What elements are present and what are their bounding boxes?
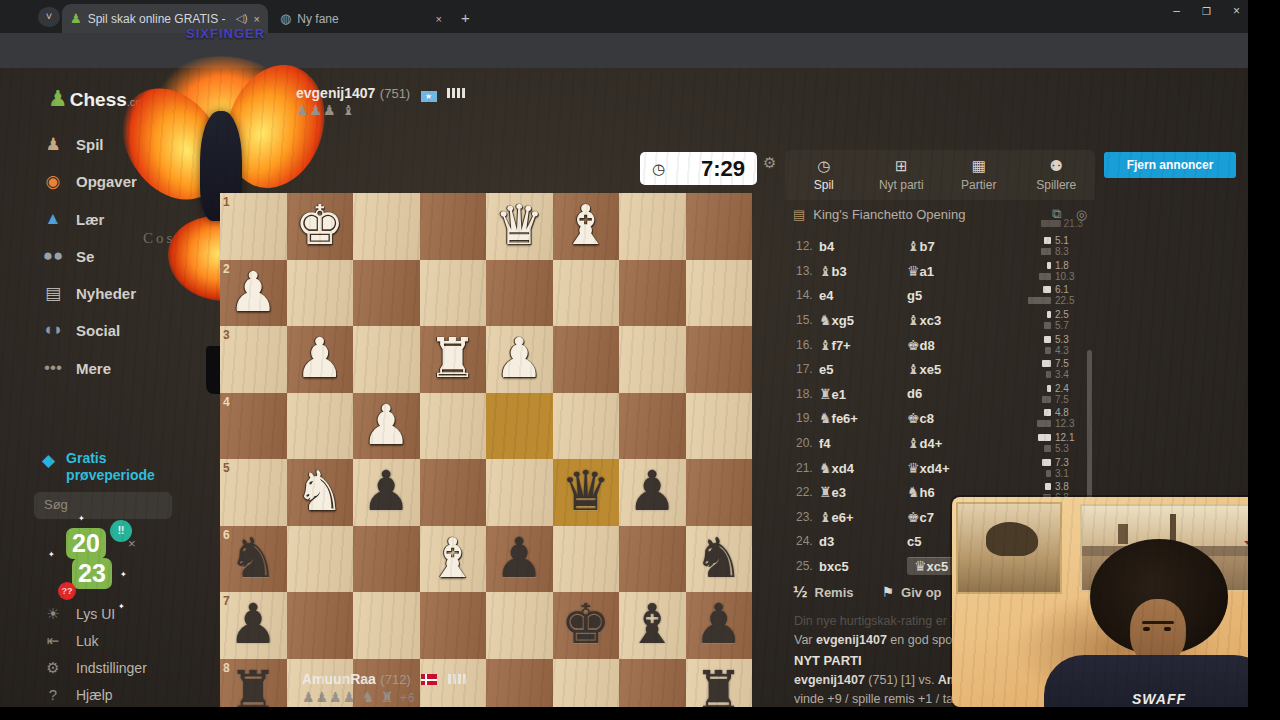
bottom-player-bar: AmuunRaa (712) xyxy=(302,670,466,688)
move-row-19: 19.♞fe6+♚c84.812.3 xyxy=(785,406,1095,431)
chess-page: ♟ Chess .com ♟Spil◉Opgaver▲Lær●●Se▤Nyhed… xyxy=(0,68,1248,707)
spillere-icon: ⚉ xyxy=(1018,157,1096,175)
logo-text: Chess xyxy=(70,89,127,111)
rank-label: 4 xyxy=(223,395,230,409)
white-pawn-f4[interactable]: ♟ xyxy=(353,393,420,460)
opening-book-icon: ▤ xyxy=(793,207,805,222)
move-row-14: 14.e4g56.122.5 xyxy=(785,283,1095,308)
square-h8[interactable]: 8h♜ xyxy=(220,659,287,708)
panel-tab-nyt-parti[interactable]: ⊞Nyt parti xyxy=(863,150,941,200)
black-pawn-a7[interactable]: ♟ xyxy=(686,592,753,659)
tab-search-chevron-icon[interactable]: ˅ xyxy=(38,7,60,27)
rank-label: 3 xyxy=(223,328,230,342)
move-row-20: 20.f4♝d4+12.15.3 xyxy=(785,431,1095,456)
bottom-player-name[interactable]: AmuunRaa xyxy=(302,671,376,687)
square-e6[interactable]: ♝ xyxy=(420,526,487,593)
webcam-overlay: SWAFF xyxy=(952,497,1248,707)
speaker-icon: ◁) xyxy=(235,12,247,25)
connection-bars-icon xyxy=(448,674,466,684)
move-times: 2.55.7 xyxy=(1017,310,1095,331)
black-move[interactable]: ♝xc3 xyxy=(907,312,1017,328)
black-rook-a8[interactable]: ♜ xyxy=(686,659,753,708)
badge-close-icon[interactable]: × xyxy=(128,536,136,551)
move-times: 1.810.3 xyxy=(1017,260,1095,281)
square-h5[interactable]: 5 xyxy=(220,459,287,526)
clock-icon: ◷ xyxy=(652,160,665,178)
panel-tab-spillere[interactable]: ⚉Spillere xyxy=(1018,150,1096,200)
move-times: 2.47.5 xyxy=(1017,383,1095,404)
black-move[interactable]: ♛a1 xyxy=(907,263,1017,279)
spil-icon: ◷ xyxy=(785,157,863,175)
square-f7[interactable] xyxy=(353,592,420,659)
square-c3[interactable] xyxy=(553,326,620,393)
white-move[interactable]: bxc5 xyxy=(819,559,907,574)
sidebar-footer-luk[interactable]: ⇤Luk xyxy=(44,632,99,650)
white-bishop-e6[interactable]: ♝ xyxy=(420,526,487,593)
square-f2[interactable] xyxy=(353,260,420,327)
white-move[interactable]: ♜e1 xyxy=(819,386,907,402)
square-e3[interactable]: ♜ xyxy=(420,326,487,393)
nyheder-icon: ▤ xyxy=(42,283,64,304)
square-c1[interactable]: ♝ xyxy=(553,193,620,260)
search-input[interactable]: Søg xyxy=(34,492,172,519)
logo-tld: .com xyxy=(127,96,151,108)
white-move[interactable]: ♝f7+ xyxy=(819,337,907,353)
white-move[interactable]: e5 xyxy=(819,362,907,377)
sidebar-item-trial[interactable]: ◆ Gratisprøveperiode xyxy=(42,450,155,484)
white-move[interactable]: e4 xyxy=(819,288,907,303)
square-g3[interactable]: ♟ xyxy=(287,326,354,393)
square-c8[interactable]: c xyxy=(553,659,620,708)
tab-close-icon[interactable]: × xyxy=(254,13,260,25)
square-a4[interactable] xyxy=(686,393,753,460)
tab-title: Spil skak online GRATIS - Sk xyxy=(88,12,230,26)
top-captured-pieces: ♟♟♟ ♝ xyxy=(296,102,356,118)
square-e7[interactable] xyxy=(420,592,487,659)
sidebar-item-mere[interactable]: •••Mere xyxy=(42,358,202,378)
bottom-player-rating: (712) xyxy=(380,672,410,687)
square-c4[interactable] xyxy=(553,393,620,460)
black-pawn-f5[interactable]: ♟ xyxy=(353,459,420,526)
square-g4[interactable] xyxy=(287,393,354,460)
white-move[interactable]: ♞xd4 xyxy=(819,460,907,476)
white-queen-d1[interactable]: ♛ xyxy=(486,193,553,260)
square-d8[interactable]: d xyxy=(486,659,553,708)
panel-tab-partier[interactable]: ▦Partier xyxy=(940,150,1018,200)
white-move[interactable]: ♜e3 xyxy=(819,484,907,500)
square-h1[interactable]: 1 xyxy=(220,193,287,260)
mere-icon: ••• xyxy=(42,358,64,378)
new-tab-button[interactable]: + xyxy=(461,9,470,26)
sidebar-item-se[interactable]: ●●Se xyxy=(42,246,202,266)
square-a8[interactable]: a♜ xyxy=(686,659,753,708)
white-move[interactable]: b4 xyxy=(819,239,907,254)
move-row-18: 18.♜e1d62.47.5 xyxy=(785,382,1095,407)
white-move[interactable]: d3 xyxy=(819,534,907,549)
square-b6[interactable] xyxy=(619,526,686,593)
black-move[interactable]: d6 xyxy=(907,386,1017,401)
square-d7[interactable] xyxy=(486,592,553,659)
move-row-15: 15.♞xg5♝xc32.55.7 xyxy=(785,308,1095,333)
move-times: 6.122.5 xyxy=(1017,285,1095,306)
square-b5[interactable]: ♟ xyxy=(619,459,686,526)
square-c6[interactable] xyxy=(553,526,620,593)
black-bishop-b7[interactable]: ♝ xyxy=(619,592,686,659)
square-d1[interactable]: ♛ xyxy=(486,193,553,260)
black-move[interactable]: ♝xe5 xyxy=(907,361,1017,377)
square-c5[interactable]: ♛ xyxy=(553,459,620,526)
black-pawn-b5[interactable]: ♟ xyxy=(619,459,686,526)
square-g5[interactable]: ♞ xyxy=(287,459,354,526)
move-row-17: 17.e5♝xe57.53.4 xyxy=(785,357,1095,382)
social-icon: ◖◗ xyxy=(42,320,64,340)
white-move[interactable]: f4 xyxy=(819,436,907,451)
globe-icon: ◍ xyxy=(280,11,291,26)
black-rook-h8[interactable]: ♜ xyxy=(220,659,287,708)
move-times: 5.18.3 xyxy=(1017,236,1095,257)
square-h6[interactable]: 6♞ xyxy=(220,526,287,593)
black-pawn-h7[interactable]: ♟ xyxy=(220,592,287,659)
opening-name: King's Fianchetto Opening xyxy=(813,207,1038,222)
draw-button[interactable]: ½Remis xyxy=(793,584,854,600)
white-king-g1[interactable]: ♚ xyxy=(287,193,354,260)
diamond-icon: ◆ xyxy=(42,450,55,484)
white-move[interactable]: ♞fe6+ xyxy=(819,410,907,426)
square-a7[interactable]: ♟ xyxy=(686,592,753,659)
black-move[interactable]: ♝d4+ xyxy=(907,435,1017,451)
remove-ads-button[interactable]: Fjern annoncer xyxy=(1104,152,1236,178)
sidebar-item-social[interactable]: ◖◗Social xyxy=(42,320,202,340)
top-player-bar: evgenij1407 (751) ★ xyxy=(296,84,465,102)
square-b8[interactable]: b xyxy=(619,659,686,708)
square-a2[interactable] xyxy=(686,260,753,327)
move-times: 7.53.4 xyxy=(1017,359,1095,380)
sidebar-item-lær[interactable]: ▲Lær xyxy=(42,209,202,229)
streamer-face xyxy=(1130,599,1186,663)
sidebar-item-opgaver[interactable]: ◉Opgaver xyxy=(42,171,202,192)
connection-bars-icon xyxy=(447,88,465,98)
square-g7[interactable] xyxy=(287,592,354,659)
sidebar-footer-indstillinger[interactable]: ⚙Indstillinger xyxy=(44,659,147,677)
resign-button[interactable]: ⚑Giv op xyxy=(882,584,942,600)
black-move[interactable]: g5 xyxy=(907,288,1017,303)
move-times: 12.15.3 xyxy=(1017,433,1095,454)
white-move[interactable]: ♝b3 xyxy=(819,263,907,279)
square-g2[interactable] xyxy=(287,260,354,327)
window-restore-button[interactable]: ❐ xyxy=(1202,6,1211,17)
chess-board[interactable]: 1♚♛♝2♟3♟♜♟4♟5♞♟♛♟6♞♝♟♞7♟♚♝♟8h♜gfedcba♜ xyxy=(220,193,752,707)
square-f6[interactable] xyxy=(353,526,420,593)
square-f5[interactable]: ♟ xyxy=(353,459,420,526)
black-move[interactable]: ♛xd4+ xyxy=(907,460,1017,476)
rank-label: 1 xyxy=(223,195,230,209)
square-d3[interactable]: ♟ xyxy=(486,326,553,393)
square-d6[interactable]: ♟ xyxy=(486,526,553,593)
square-f3[interactable] xyxy=(353,326,420,393)
square-h4[interactable]: 4 xyxy=(220,393,287,460)
panel-tab-spil[interactable]: ◷Spil xyxy=(785,150,863,200)
square-h7[interactable]: 7♟ xyxy=(220,592,287,659)
black-queen-c5[interactable]: ♛ xyxy=(553,459,620,526)
square-b7[interactable]: ♝ xyxy=(619,592,686,659)
top-player-rating: (751) xyxy=(380,86,410,101)
lær-icon: ▲ xyxy=(42,209,64,229)
nyt-parti-icon: ⊞ xyxy=(863,157,941,175)
se-icon: ●● xyxy=(42,246,64,266)
square-d5[interactable] xyxy=(486,459,553,526)
square-b1[interactable] xyxy=(619,193,686,260)
black-move[interactable]: ♚c8 xyxy=(907,410,1017,426)
tab-close-icon[interactable]: × xyxy=(436,13,442,25)
black-move[interactable]: ♚d8 xyxy=(907,337,1017,353)
white-knight-g5[interactable]: ♞ xyxy=(287,459,354,526)
black-knight-a6[interactable]: ♞ xyxy=(686,526,753,593)
somalia-flag-icon: ★ xyxy=(421,91,437,102)
move-row-21: 21.♞xd4♛xd4+7.33.1 xyxy=(785,455,1095,480)
white-bishop-c1[interactable]: ♝ xyxy=(553,193,620,260)
stream-overlay-text: SIXFINGER xyxy=(186,26,265,41)
square-c2[interactable] xyxy=(553,260,620,327)
window-close-button[interactable]: × xyxy=(1233,4,1240,18)
wall-picture-horse xyxy=(956,502,1062,594)
top-player-clock: ◷ 7:29 xyxy=(640,152,757,185)
move-row-16: 16.♝f7+♚d85.34.3 xyxy=(785,332,1095,357)
square-e4[interactable] xyxy=(420,393,487,460)
year-2023-badge[interactable]: 20 23 !! ?? ✦ ✦ ✦ ✦ xyxy=(62,526,134,598)
square-d2[interactable] xyxy=(486,260,553,327)
bottom-captured-pieces: ♟♟♟♟ ♞ ♜ +6 xyxy=(302,689,415,705)
white-rook-e3[interactable]: ♜ xyxy=(420,326,487,393)
square-f1[interactable] xyxy=(353,193,420,260)
square-a5[interactable] xyxy=(686,459,753,526)
sidebar-footer-hjælp[interactable]: ?Hjælp xyxy=(44,686,113,703)
square-a1[interactable] xyxy=(686,193,753,260)
square-e2[interactable] xyxy=(420,260,487,327)
white-pawn-g3[interactable]: ♟ xyxy=(287,326,354,393)
window-minimize-button[interactable]: – xyxy=(1173,4,1180,18)
chesscom-logo[interactable]: ♟ Chess .com xyxy=(48,86,151,112)
partier-icon: ▦ xyxy=(940,157,1018,175)
square-g1[interactable]: ♚ xyxy=(287,193,354,260)
square-c7[interactable]: ♚ xyxy=(553,592,620,659)
tab-new[interactable]: ◍ Ny fane × xyxy=(272,4,450,33)
panel-tabs: ◷Spil⊞Nyt parti▦Partier⚉Spillere xyxy=(785,150,1095,200)
square-h2[interactable]: 2♟ xyxy=(220,260,287,327)
move-row-13: 13.♝b3♛a11.810.3 xyxy=(785,259,1095,284)
lys ui-icon: ☀ xyxy=(44,605,62,623)
denmark-flag-icon xyxy=(421,674,437,685)
streamer-hoodie: SWAFF xyxy=(1044,655,1248,707)
board-settings-gear-icon[interactable]: ⚙ xyxy=(763,154,776,172)
tab-title: Ny fane xyxy=(297,12,349,26)
white-move[interactable]: ♝e6+ xyxy=(819,509,907,525)
square-h3[interactable]: 3 xyxy=(220,326,287,393)
white-move[interactable]: ♞xg5 xyxy=(819,312,907,328)
move-times: 7.33.1 xyxy=(1017,457,1095,478)
top-player-name[interactable]: evgenij1407 xyxy=(296,85,375,101)
move-times: 5.34.3 xyxy=(1017,334,1095,355)
sidebar-footer-lys-ui[interactable]: ☀Lys UI xyxy=(44,605,115,623)
spil-icon: ♟ xyxy=(42,134,64,155)
black-pawn-d6[interactable]: ♟ xyxy=(486,526,553,593)
indstillinger-icon: ⚙ xyxy=(44,659,62,677)
square-f4[interactable]: ♟ xyxy=(353,393,420,460)
move-row-12: 12.b4♝b75.18.3 xyxy=(785,234,1095,259)
square-b2[interactable] xyxy=(619,260,686,327)
browser-window: ˅ ♟ Spil skak online GRATIS - Sk ◁) × ◍ … xyxy=(0,0,1248,707)
square-b4[interactable] xyxy=(619,393,686,460)
opgaver-icon: ◉ xyxy=(42,171,64,192)
chess-favicon-icon: ♟ xyxy=(70,11,82,26)
previous-move-time: 21.3 xyxy=(1041,218,1083,229)
white-pawn-h2[interactable]: ♟ xyxy=(220,260,287,327)
luk-icon: ⇤ xyxy=(44,632,62,650)
white-pawn-d3[interactable]: ♟ xyxy=(486,326,553,393)
square-g6[interactable] xyxy=(287,526,354,593)
black-king-c7[interactable]: ♚ xyxy=(553,592,620,659)
logo-pawn-icon: ♟ xyxy=(48,86,68,112)
square-a6[interactable]: ♞ xyxy=(686,526,753,593)
black-move[interactable]: ♝b7 xyxy=(907,238,1017,254)
move-times: 4.812.3 xyxy=(1017,408,1095,429)
rank-label: 5 xyxy=(223,461,230,475)
sidebar-item-nyheder[interactable]: ▤Nyheder xyxy=(42,283,202,304)
top-clock-time: 7:29 xyxy=(665,156,745,182)
hjælp-icon: ? xyxy=(44,686,62,703)
sidebar-item-spil[interactable]: ♟Spil xyxy=(42,134,202,155)
square-b3[interactable] xyxy=(619,326,686,393)
square-e1[interactable] xyxy=(420,193,487,260)
square-e5[interactable] xyxy=(420,459,487,526)
black-knight-h6[interactable]: ♞ xyxy=(220,526,287,593)
square-a3[interactable] xyxy=(686,326,753,393)
square-d4[interactable] xyxy=(486,393,553,460)
